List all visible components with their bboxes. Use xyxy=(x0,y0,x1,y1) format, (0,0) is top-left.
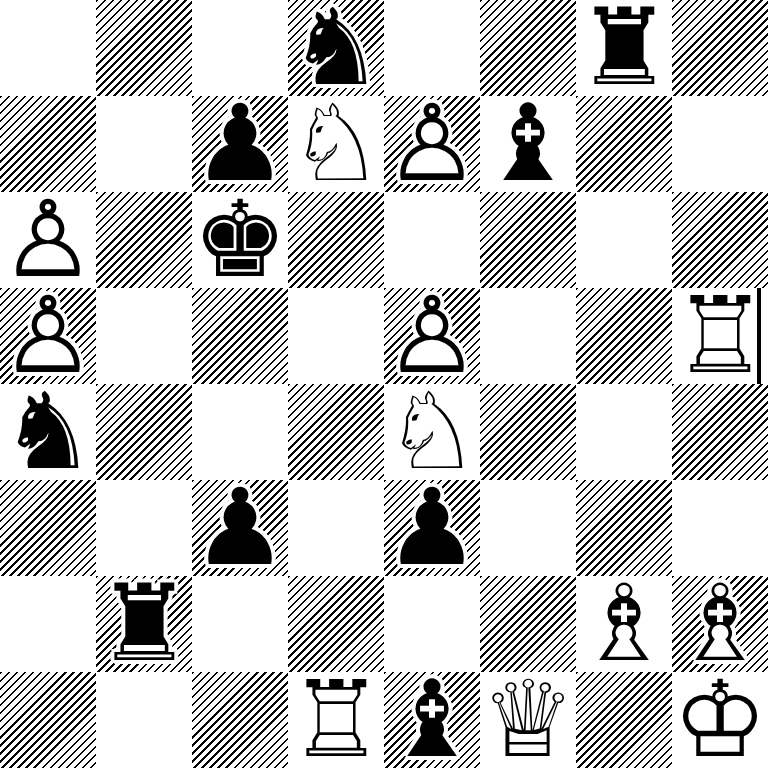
white-knight-fill: ♞ xyxy=(384,384,480,480)
square-h3[interactable] xyxy=(672,480,768,576)
square-e4[interactable]: ♞♘ xyxy=(384,384,480,480)
piece-white-knight: ♘ xyxy=(384,384,480,480)
piece-white-knight: ♘ xyxy=(288,96,384,192)
white-pawn-fill: ♟ xyxy=(384,288,480,384)
square-c5[interactable] xyxy=(192,288,288,384)
square-f8[interactable] xyxy=(480,0,576,96)
square-b5[interactable] xyxy=(96,288,192,384)
square-f1[interactable]: ♛♕ xyxy=(480,672,576,768)
piece-black-bishop: ♝ xyxy=(384,672,480,768)
piece-black-knight: ♞ xyxy=(288,0,384,96)
square-b1[interactable] xyxy=(96,672,192,768)
square-c1[interactable] xyxy=(192,672,288,768)
piece-black-pawn: ♟ xyxy=(192,480,288,576)
square-g1[interactable] xyxy=(576,672,672,768)
square-c8[interactable] xyxy=(192,0,288,96)
square-a6[interactable]: ♟♙ xyxy=(0,192,96,288)
piece-white-pawn: ♙ xyxy=(384,288,480,384)
square-d1[interactable]: ♜♖ xyxy=(288,672,384,768)
square-edge-line xyxy=(757,288,761,384)
square-e5[interactable]: ♟♙ xyxy=(384,288,480,384)
square-c4[interactable] xyxy=(192,384,288,480)
square-f3[interactable] xyxy=(480,480,576,576)
white-knight-fill: ♞ xyxy=(288,96,384,192)
square-b3[interactable] xyxy=(96,480,192,576)
chess-board: ♞♜♟♞♘♟♙♝♟♙♚♟♙♟♙♜♖♞♞♘♟♟♜♝♗♝♗♜♖♝♛♕♚♔ xyxy=(0,0,768,768)
square-a2[interactable] xyxy=(0,576,96,672)
square-d3[interactable] xyxy=(288,480,384,576)
square-b8[interactable] xyxy=(96,0,192,96)
square-b4[interactable] xyxy=(96,384,192,480)
square-d8[interactable]: ♞ xyxy=(288,0,384,96)
square-e8[interactable] xyxy=(384,0,480,96)
square-c6[interactable]: ♚ xyxy=(192,192,288,288)
square-e2[interactable] xyxy=(384,576,480,672)
white-pawn-fill: ♟ xyxy=(384,96,480,192)
piece-black-pawn: ♟ xyxy=(192,96,288,192)
piece-white-bishop: ♗ xyxy=(576,576,672,672)
square-f5[interactable] xyxy=(480,288,576,384)
square-d2[interactable] xyxy=(288,576,384,672)
square-g4[interactable] xyxy=(576,384,672,480)
square-f2[interactable] xyxy=(480,576,576,672)
square-d6[interactable] xyxy=(288,192,384,288)
white-rook-fill: ♜ xyxy=(288,672,384,768)
square-g6[interactable] xyxy=(576,192,672,288)
piece-white-rook: ♖ xyxy=(672,288,768,384)
square-h6[interactable] xyxy=(672,192,768,288)
white-rook-fill: ♜ xyxy=(672,288,768,384)
white-pawn-fill: ♟ xyxy=(0,192,96,288)
square-b6[interactable] xyxy=(96,192,192,288)
piece-white-pawn: ♙ xyxy=(0,288,96,384)
white-king-fill: ♚ xyxy=(672,672,768,768)
piece-black-bishop: ♝ xyxy=(480,96,576,192)
square-a5[interactable]: ♟♙ xyxy=(0,288,96,384)
square-a7[interactable] xyxy=(0,96,96,192)
piece-black-rook: ♜ xyxy=(576,0,672,96)
square-a1[interactable] xyxy=(0,672,96,768)
square-b2[interactable]: ♜ xyxy=(96,576,192,672)
piece-white-rook: ♖ xyxy=(288,672,384,768)
piece-black-knight: ♞ xyxy=(0,384,96,480)
square-d4[interactable] xyxy=(288,384,384,480)
piece-white-pawn: ♙ xyxy=(384,96,480,192)
square-h7[interactable] xyxy=(672,96,768,192)
piece-white-pawn: ♙ xyxy=(0,192,96,288)
piece-white-bishop: ♗ xyxy=(672,576,768,672)
square-g3[interactable] xyxy=(576,480,672,576)
square-h8[interactable] xyxy=(672,0,768,96)
piece-white-king: ♔ xyxy=(672,672,768,768)
square-e1[interactable]: ♝ xyxy=(384,672,480,768)
square-g5[interactable] xyxy=(576,288,672,384)
square-h2[interactable]: ♝♗ xyxy=(672,576,768,672)
square-c2[interactable] xyxy=(192,576,288,672)
square-g8[interactable]: ♜ xyxy=(576,0,672,96)
white-bishop-fill: ♝ xyxy=(672,576,768,672)
square-a8[interactable] xyxy=(0,0,96,96)
piece-black-king: ♚ xyxy=(192,192,288,288)
square-f7[interactable]: ♝ xyxy=(480,96,576,192)
piece-white-queen: ♕ xyxy=(480,672,576,768)
square-d7[interactable]: ♞♘ xyxy=(288,96,384,192)
square-d5[interactable] xyxy=(288,288,384,384)
square-c7[interactable]: ♟ xyxy=(192,96,288,192)
white-queen-fill: ♛ xyxy=(480,672,576,768)
square-e6[interactable] xyxy=(384,192,480,288)
square-e7[interactable]: ♟♙ xyxy=(384,96,480,192)
square-g7[interactable] xyxy=(576,96,672,192)
white-pawn-fill: ♟ xyxy=(0,288,96,384)
square-a4[interactable]: ♞ xyxy=(0,384,96,480)
square-h5[interactable]: ♜♖ xyxy=(672,288,768,384)
square-c3[interactable]: ♟ xyxy=(192,480,288,576)
piece-black-pawn: ♟ xyxy=(384,480,480,576)
white-bishop-fill: ♝ xyxy=(576,576,672,672)
square-f6[interactable] xyxy=(480,192,576,288)
square-g2[interactable]: ♝♗ xyxy=(576,576,672,672)
square-h4[interactable] xyxy=(672,384,768,480)
square-e3[interactable]: ♟ xyxy=(384,480,480,576)
piece-black-rook: ♜ xyxy=(96,576,192,672)
square-h1[interactable]: ♚♔ xyxy=(672,672,768,768)
square-b7[interactable] xyxy=(96,96,192,192)
square-a3[interactable] xyxy=(0,480,96,576)
square-f4[interactable] xyxy=(480,384,576,480)
